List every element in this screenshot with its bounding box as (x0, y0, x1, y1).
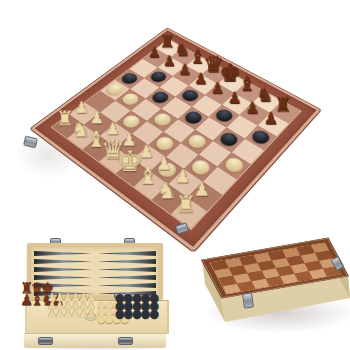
backgammon-point-right-3 (98, 267, 156, 272)
product-photo-stage: ♜♛♚♟♝♞♟♟♟♟♟♟♟♟♟♟♟♟♟♟♟♟♟♟♟●●●●●●●●●●●●●●●… (0, 0, 350, 350)
closed-board-front-clasp-icon (242, 292, 254, 308)
logo-stamp (84, 313, 97, 321)
main-board: ♜♞♝♛♚♝♞♜♟♟♟♟♟♟♟♟♟♟♟♟♟♟♟♟♜♞♝♛♚♝♞♜ (75, 16, 281, 222)
backgammon-point-left-6 (34, 291, 92, 296)
dark-checker-h6 (249, 128, 272, 146)
light-chess-piece-a2: ♟ (68, 100, 96, 116)
backgammon-points-left-column (34, 251, 92, 296)
backgammon-point-right-4 (98, 275, 156, 280)
dark-chess-piece-g8: ♞ (251, 85, 278, 104)
backgammon-point-left-2 (34, 259, 92, 264)
backgammon-point-left-3 (34, 267, 92, 272)
backgammon-point-left-4 (34, 275, 92, 280)
backgammon-point-right-6 (98, 291, 156, 296)
backgammon-point-right-1 (98, 251, 156, 256)
backgammon-point-right-5 (98, 283, 156, 288)
backgammon-lid (27, 243, 163, 300)
dark-checker-e5 (182, 109, 204, 126)
tray-hinge-right-icon (118, 337, 133, 345)
dark-chess-piece-a8: ♜ (155, 32, 180, 50)
lid-latch-keeper-icon (114, 293, 126, 299)
piece-storage-tray (25, 300, 169, 334)
dark-checker-f6 (213, 107, 235, 124)
backgammon-point-left-1 (34, 251, 92, 256)
chess-checkers-board: ♜♞♝♛♚♝♞♜♟♟♟♟♟♟♟♟♟♟♟♟♟♟♟♟♜♞♝♛♚♝♞♜ (30, 28, 320, 251)
backgammon-point-right-2 (98, 259, 156, 264)
backgammon-point-left-5 (34, 283, 92, 288)
square-a1: ♜ (52, 115, 84, 139)
tray-hinge-left-icon (38, 337, 53, 345)
board-grid: ♜♞♝♛♚♝♞♜♟♟♟♟♟♟♟♟♟♟♟♟♟♟♟♟♜♞♝♛♚♝♞♜ (52, 40, 300, 229)
backgammon-points-right-column (98, 251, 156, 296)
